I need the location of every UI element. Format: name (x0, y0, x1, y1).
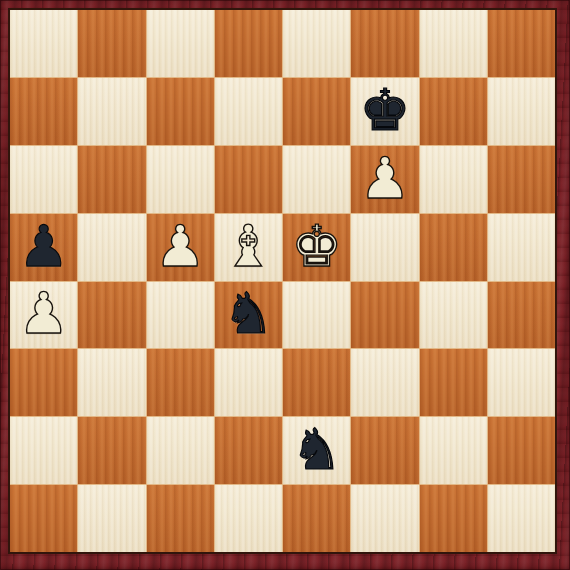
square-b3[interactable] (78, 349, 145, 416)
square-b4[interactable] (78, 282, 145, 349)
square-f2[interactable] (351, 417, 418, 484)
square-a5[interactable]: ♟ (10, 214, 77, 281)
square-c4[interactable] (147, 282, 214, 349)
square-g7[interactable] (420, 78, 487, 145)
square-a6[interactable] (10, 146, 77, 213)
square-h8[interactable] (488, 10, 555, 77)
square-g8[interactable] (420, 10, 487, 77)
square-f4[interactable] (351, 282, 418, 349)
square-b6[interactable] (78, 146, 145, 213)
square-d2[interactable] (215, 417, 282, 484)
square-c6[interactable] (147, 146, 214, 213)
chess-board-screenshot: ♚♟♟♟♝♚♟♞♞ (0, 0, 570, 570)
square-d4[interactable]: ♞ (215, 282, 282, 349)
black-knight[interactable]: ♞ (291, 421, 342, 478)
square-e5[interactable]: ♚ (283, 214, 350, 281)
black-knight[interactable]: ♞ (223, 285, 274, 342)
square-h2[interactable] (488, 417, 555, 484)
square-e4[interactable] (283, 282, 350, 349)
square-c5[interactable]: ♟ (147, 214, 214, 281)
square-d3[interactable] (215, 349, 282, 416)
square-h6[interactable] (488, 146, 555, 213)
square-c7[interactable] (147, 78, 214, 145)
square-f7[interactable]: ♚ (351, 78, 418, 145)
square-e1[interactable] (283, 485, 350, 552)
square-c2[interactable] (147, 417, 214, 484)
board-frame: ♚♟♟♟♝♚♟♞♞ (0, 0, 570, 570)
square-a2[interactable] (10, 417, 77, 484)
square-a3[interactable] (10, 349, 77, 416)
square-e6[interactable] (283, 146, 350, 213)
square-c8[interactable] (147, 10, 214, 77)
white-pawn[interactable]: ♟ (155, 218, 206, 275)
square-h5[interactable] (488, 214, 555, 281)
square-a8[interactable] (10, 10, 77, 77)
square-f6[interactable]: ♟ (351, 146, 418, 213)
square-b2[interactable] (78, 417, 145, 484)
square-c3[interactable] (147, 349, 214, 416)
square-b7[interactable] (78, 78, 145, 145)
square-f5[interactable] (351, 214, 418, 281)
square-e7[interactable] (283, 78, 350, 145)
square-f1[interactable] (351, 485, 418, 552)
square-d7[interactable] (215, 78, 282, 145)
white-pawn[interactable]: ♟ (18, 285, 69, 342)
square-f8[interactable] (351, 10, 418, 77)
white-pawn[interactable]: ♟ (359, 150, 410, 207)
square-h4[interactable] (488, 282, 555, 349)
square-a7[interactable] (10, 78, 77, 145)
square-b5[interactable] (78, 214, 145, 281)
square-d1[interactable] (215, 485, 282, 552)
white-king[interactable]: ♚ (291, 218, 342, 275)
chess-board: ♚♟♟♟♝♚♟♞♞ (8, 8, 557, 554)
square-d5[interactable]: ♝ (215, 214, 282, 281)
square-e3[interactable] (283, 349, 350, 416)
black-king[interactable]: ♚ (359, 82, 410, 139)
square-d8[interactable] (215, 10, 282, 77)
square-d6[interactable] (215, 146, 282, 213)
square-f3[interactable] (351, 349, 418, 416)
square-h7[interactable] (488, 78, 555, 145)
square-a4[interactable]: ♟ (10, 282, 77, 349)
square-b1[interactable] (78, 485, 145, 552)
square-a1[interactable] (10, 485, 77, 552)
square-h3[interactable] (488, 349, 555, 416)
square-h1[interactable] (488, 485, 555, 552)
square-g1[interactable] (420, 485, 487, 552)
square-g4[interactable] (420, 282, 487, 349)
black-pawn[interactable]: ♟ (18, 218, 69, 275)
white-bishop[interactable]: ♝ (223, 218, 274, 275)
square-g2[interactable] (420, 417, 487, 484)
square-g3[interactable] (420, 349, 487, 416)
square-c1[interactable] (147, 485, 214, 552)
square-g6[interactable] (420, 146, 487, 213)
square-e8[interactable] (283, 10, 350, 77)
square-b8[interactable] (78, 10, 145, 77)
square-e2[interactable]: ♞ (283, 417, 350, 484)
square-g5[interactable] (420, 214, 487, 281)
